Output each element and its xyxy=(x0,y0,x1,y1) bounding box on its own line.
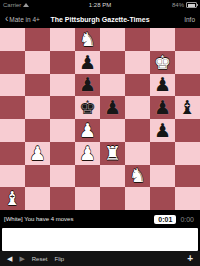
square-h3[interactable] xyxy=(175,142,200,165)
turn-status-strip: [White] You have 4 moves 0:01 0:00 xyxy=(0,210,200,228)
square-e2[interactable] xyxy=(100,165,125,188)
square-f5[interactable] xyxy=(125,96,150,119)
secondary-clock: 0:00 xyxy=(180,216,194,223)
square-a6[interactable] xyxy=(0,74,25,97)
square-b2[interactable] xyxy=(25,165,50,188)
square-g5[interactable]: ♟ xyxy=(150,96,175,119)
white-pawn-d4: ♟ xyxy=(79,121,96,140)
square-b5[interactable] xyxy=(25,96,50,119)
square-b6[interactable] xyxy=(25,74,50,97)
white-bishop-a1: ♝ xyxy=(4,189,21,208)
black-bishop-h5: ♝ xyxy=(179,98,196,117)
square-a7[interactable] xyxy=(0,51,25,74)
chess-app-window: Carrier 1:28 PM 84% ‹ Mate in 4+ The Pit… xyxy=(0,0,200,266)
square-f4[interactable] xyxy=(125,119,150,142)
square-b7[interactable] xyxy=(25,51,50,74)
square-f8[interactable] xyxy=(125,28,150,51)
move-list-panel xyxy=(2,228,198,251)
square-g2[interactable] xyxy=(150,165,175,188)
square-h6[interactable] xyxy=(175,74,200,97)
square-b4[interactable] xyxy=(25,119,50,142)
square-c8[interactable] xyxy=(50,28,75,51)
square-d2[interactable] xyxy=(75,165,100,188)
black-pawn-e5: ♟ xyxy=(104,98,121,117)
square-c7[interactable] xyxy=(50,51,75,74)
square-d3[interactable]: ♟ xyxy=(75,142,100,165)
square-f7[interactable] xyxy=(125,51,150,74)
white-rook-e3: ♜ xyxy=(104,144,121,163)
black-pawn-g6: ♟ xyxy=(154,75,171,94)
reset-button[interactable]: Reset xyxy=(32,256,48,262)
square-c4[interactable] xyxy=(50,119,75,142)
square-b1[interactable] xyxy=(25,187,50,210)
chevron-left-icon: ‹ xyxy=(5,16,8,22)
active-clock: 0:01 xyxy=(154,215,176,224)
back-button-label: Mate in 4+ xyxy=(9,16,40,23)
square-a5[interactable] xyxy=(0,96,25,119)
black-king-d5: ♚ xyxy=(79,98,96,117)
square-g4[interactable]: ♟ xyxy=(150,119,175,142)
previous-move-button[interactable]: ◀ xyxy=(7,255,12,263)
square-h1[interactable] xyxy=(175,187,200,210)
square-g7[interactable]: ♚ xyxy=(150,51,175,74)
square-h5[interactable]: ♝ xyxy=(175,96,200,119)
square-e7[interactable] xyxy=(100,51,125,74)
navigation-bar: ‹ Mate in 4+ The Pittsburgh Gazette-Time… xyxy=(0,10,200,28)
white-king-g7: ♚ xyxy=(154,53,171,72)
square-c6[interactable] xyxy=(50,74,75,97)
flip-button[interactable]: Flip xyxy=(54,256,64,262)
square-c3[interactable] xyxy=(50,142,75,165)
square-b3[interactable]: ♟ xyxy=(25,142,50,165)
square-d6[interactable]: ♟ xyxy=(75,74,100,97)
square-g1[interactable] xyxy=(150,187,175,210)
square-f1[interactable] xyxy=(125,187,150,210)
status-bar: Carrier 1:28 PM 84% xyxy=(0,0,200,10)
square-e8[interactable] xyxy=(100,28,125,51)
white-knight-f2: ♞ xyxy=(129,166,146,185)
square-g3[interactable] xyxy=(150,142,175,165)
square-a2[interactable] xyxy=(0,165,25,188)
square-b8[interactable] xyxy=(25,28,50,51)
square-h4[interactable] xyxy=(175,119,200,142)
square-f3[interactable] xyxy=(125,142,150,165)
clock-label: 1:28 PM xyxy=(0,2,200,8)
square-h2[interactable] xyxy=(175,165,200,188)
next-move-button[interactable]: ▶ xyxy=(19,255,24,263)
square-d5[interactable]: ♚ xyxy=(75,96,100,119)
info-button[interactable]: Info xyxy=(184,16,195,23)
white-pawn-d3: ♟ xyxy=(79,144,96,163)
square-g6[interactable]: ♟ xyxy=(150,74,175,97)
turn-status-message: [White] You have 4 moves xyxy=(4,216,73,222)
square-e1[interactable] xyxy=(100,187,125,210)
chess-board: ♞♟♚♟♟♚♟♟♝♟♟♟♟♜♞♝ xyxy=(0,28,200,210)
square-e5[interactable]: ♟ xyxy=(100,96,125,119)
black-pawn-g5: ♟ xyxy=(154,98,171,117)
square-d7[interactable]: ♟ xyxy=(75,51,100,74)
square-c5[interactable] xyxy=(50,96,75,119)
square-a1[interactable]: ♝ xyxy=(0,187,25,210)
square-a3[interactable] xyxy=(0,142,25,165)
square-d8[interactable]: ♞ xyxy=(75,28,100,51)
back-button[interactable]: ‹ Mate in 4+ xyxy=(5,16,40,23)
black-pawn-d7: ♟ xyxy=(79,53,96,72)
add-button[interactable]: + xyxy=(187,254,193,264)
square-f6[interactable] xyxy=(125,74,150,97)
square-h8[interactable] xyxy=(175,28,200,51)
square-d1[interactable] xyxy=(75,187,100,210)
square-c1[interactable] xyxy=(50,187,75,210)
square-f2[interactable]: ♞ xyxy=(125,165,150,188)
square-e3[interactable]: ♜ xyxy=(100,142,125,165)
square-d4[interactable]: ♟ xyxy=(75,119,100,142)
square-a4[interactable] xyxy=(0,119,25,142)
bottom-toolbar: ◀ ▶ Reset Flip + xyxy=(0,251,200,266)
square-e4[interactable] xyxy=(100,119,125,142)
square-e6[interactable] xyxy=(100,74,125,97)
white-knight-d8: ♞ xyxy=(79,30,96,49)
square-a8[interactable] xyxy=(0,28,25,51)
black-pawn-g4: ♟ xyxy=(154,121,171,140)
white-pawn-b3: ♟ xyxy=(29,144,46,163)
battery-icon xyxy=(186,2,197,8)
black-pawn-d6: ♟ xyxy=(79,75,96,94)
square-c2[interactable] xyxy=(50,165,75,188)
square-g8[interactable] xyxy=(150,28,175,51)
square-h7[interactable] xyxy=(175,51,200,74)
